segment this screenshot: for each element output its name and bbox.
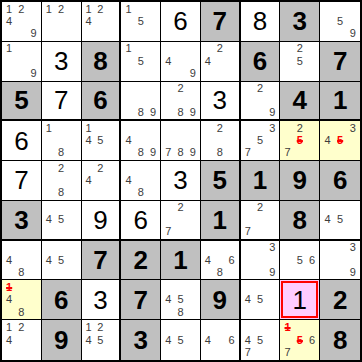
- candidate-grid: 59: [320, 2, 360, 41]
- given-digit: 1: [333, 87, 347, 113]
- candidate-empty: [226, 55, 238, 67]
- candidate-grid: 28: [201, 121, 239, 160]
- candidate-empty: [266, 147, 278, 159]
- candidate-empty: [266, 135, 278, 147]
- candidate-8: 8: [174, 106, 186, 118]
- candidate-empty: [187, 346, 199, 359]
- candidate-1: 1: [3, 3, 15, 15]
- candidate-empty: [214, 321, 226, 334]
- candidate-empty: [28, 294, 40, 306]
- cell-r2c4[interactable]: 15: [121, 42, 161, 82]
- cell-r6c7[interactable]: 27: [241, 201, 281, 241]
- candidate-9: 9: [147, 106, 159, 118]
- candidate-empty: [67, 242, 79, 254]
- candidate-empty: [346, 214, 359, 226]
- candidate-empty: [28, 254, 40, 266]
- candidate-5: 5: [334, 15, 347, 27]
- candidate-8: 8: [214, 266, 226, 278]
- candidate-empty: [202, 43, 214, 55]
- candidate-5-struck: 5: [334, 135, 347, 147]
- candidate-empty: [334, 28, 347, 40]
- candidate-empty: [321, 226, 334, 238]
- candidate-empty: [321, 15, 334, 27]
- candidate-2: 2: [94, 162, 106, 174]
- candidate-8: 8: [214, 147, 226, 159]
- candidate-empty: [334, 3, 347, 15]
- candidate-grid: 124: [82, 2, 120, 41]
- given-digit: 1: [173, 247, 187, 273]
- candidate-grid: 24: [201, 42, 239, 81]
- cell-r1c5[interactable]: 6: [161, 2, 201, 42]
- candidate-empty: [321, 202, 334, 214]
- candidate-1-struck: 1: [281, 321, 293, 334]
- candidate-6: 6: [226, 334, 238, 347]
- candidate-empty: [346, 254, 359, 266]
- candidate-empty: [67, 3, 79, 15]
- cell-r4c2[interactable]: 18: [42, 121, 82, 161]
- cell-r7c1[interactable]: 48: [2, 241, 42, 281]
- cell-r6c4[interactable]: 6: [121, 201, 161, 241]
- candidate-empty: [28, 321, 40, 334]
- candidate-4: 4: [3, 15, 15, 27]
- candidate-empty: [67, 147, 79, 159]
- candidate-empty: [83, 28, 95, 40]
- candidate-empty: [202, 321, 214, 334]
- cell-r7c8[interactable]: 56: [280, 241, 320, 281]
- candidate-empty: [15, 55, 27, 67]
- candidate-empty: [122, 147, 134, 159]
- candidate-empty: [43, 266, 55, 278]
- candidate-empty: [162, 321, 174, 334]
- cell-r5c2[interactable]: 28: [42, 161, 82, 201]
- candidate-grid: 257: [280, 121, 319, 160]
- candidate-grid: 89: [121, 82, 160, 120]
- cell-r4c5[interactable]: 789: [161, 121, 201, 161]
- given-digit: 6: [54, 287, 68, 313]
- given-digit: 3: [133, 327, 147, 353]
- solved-digit: 3: [93, 287, 107, 313]
- candidate-5: 5: [254, 294, 266, 306]
- candidate-2: 2: [254, 83, 266, 95]
- cell-r8c8[interactable]: 1: [280, 280, 320, 320]
- candidate-empty: [43, 162, 55, 174]
- solved-digit: 9: [93, 207, 107, 233]
- candidate-empty: [334, 226, 347, 238]
- candidate-4: 4: [3, 294, 15, 306]
- candidate-empty: [187, 214, 199, 226]
- cell-r5c7[interactable]: 1: [241, 161, 281, 201]
- cell-r5c6[interactable]: 5: [201, 161, 241, 201]
- candidate-empty: [15, 294, 27, 306]
- candidate-empty: [135, 67, 147, 79]
- candidate-empty: [122, 15, 134, 27]
- candidate-empty: [187, 294, 199, 306]
- cell-r4c8[interactable]: 257: [280, 121, 320, 161]
- candidate-empty: [67, 202, 79, 214]
- cell-r7c2[interactable]: 45: [42, 241, 82, 281]
- cell-r1c3[interactable]: 124: [82, 2, 122, 42]
- candidate-empty: [162, 346, 174, 359]
- candidate-empty: [294, 346, 306, 359]
- candidate-7: 7: [242, 226, 254, 238]
- candidate-empty: [147, 3, 159, 15]
- candidate-empty: [43, 15, 55, 27]
- candidate-grid: 45: [320, 201, 360, 239]
- candidate-5: 5: [135, 55, 147, 67]
- candidate-empty: [94, 15, 106, 27]
- cell-r7c6[interactable]: 468: [201, 241, 241, 281]
- solved-digit: 1: [293, 287, 307, 313]
- candidate-empty: [67, 162, 79, 174]
- candidate-empty: [187, 202, 199, 214]
- candidate-empty: [43, 187, 55, 199]
- candidate-empty: [106, 187, 118, 199]
- candidate-empty: [135, 122, 147, 134]
- candidate-empty: [254, 321, 266, 334]
- cell-r3c8[interactable]: 4: [280, 82, 320, 122]
- candidate-empty: [122, 94, 134, 106]
- candidate-empty: [242, 106, 254, 118]
- candidate-empty: [306, 43, 318, 55]
- cell-r5c3[interactable]: 24: [82, 161, 122, 201]
- cell-r8c9[interactable]: 2: [320, 280, 360, 320]
- cell-r2c8[interactable]: 25: [280, 42, 320, 82]
- candidate-empty: [162, 202, 174, 214]
- candidate-empty: [106, 174, 118, 186]
- candidate-empty: [214, 67, 226, 79]
- cell-r9c2[interactable]: 9: [42, 320, 82, 360]
- candidate-empty: [28, 3, 40, 15]
- candidate-empty: [94, 122, 106, 134]
- candidate-empty: [122, 162, 134, 174]
- candidate-empty: [187, 83, 199, 95]
- cell-r5c8[interactable]: 9: [280, 161, 320, 201]
- cell-r2c2[interactable]: 3: [42, 42, 82, 82]
- candidate-empty: [15, 281, 27, 293]
- cell-r1c2[interactable]: 12: [42, 2, 82, 42]
- candidate-grid: 45: [42, 241, 81, 280]
- cell-r1c4[interactable]: 15: [121, 2, 161, 42]
- cell-r3c6[interactable]: 3: [201, 82, 241, 122]
- cell-r2c5[interactable]: 49: [161, 42, 201, 82]
- candidate-5: 5: [334, 214, 347, 226]
- candidate-empty: [226, 135, 238, 147]
- cell-r8c1[interactable]: 148: [2, 280, 42, 320]
- candidate-6: 6: [306, 334, 318, 347]
- candidate-grid: 48: [2, 241, 41, 280]
- candidate-empty: [28, 15, 40, 27]
- candidate-empty: [266, 202, 278, 214]
- sudoku-board: 1249121241567835919381549246257576892893…: [0, 0, 362, 362]
- candidate-empty: [67, 135, 79, 147]
- candidate-empty: [43, 202, 55, 214]
- candidate-4: 4: [202, 334, 214, 347]
- candidate-empty: [281, 55, 293, 67]
- candidate-8: 8: [15, 266, 27, 278]
- candidate-empty: [174, 67, 186, 79]
- candidate-4: 4: [83, 15, 95, 27]
- cell-r9c5[interactable]: 45: [161, 320, 201, 360]
- cell-r9c6[interactable]: 46: [201, 320, 241, 360]
- cell-r7c9[interactable]: 39: [320, 241, 360, 281]
- candidate-empty: [162, 214, 174, 226]
- cell-r2c7[interactable]: 6: [241, 42, 281, 82]
- cell-r5c4[interactable]: 48: [121, 161, 161, 201]
- cell-r9c1[interactable]: 124: [2, 320, 42, 360]
- candidate-8: 8: [15, 306, 27, 318]
- candidate-5: 5: [294, 254, 306, 266]
- candidate-empty: [15, 254, 27, 266]
- candidate-grid: 148: [2, 280, 41, 319]
- cell-r9c8[interactable]: 1567: [280, 320, 320, 360]
- cell-r8c2[interactable]: 6: [42, 280, 82, 320]
- candidate-empty: [28, 242, 40, 254]
- given-digit: 7: [213, 8, 227, 34]
- cell-r6c8[interactable]: 8: [280, 201, 320, 241]
- candidate-empty: [266, 346, 278, 359]
- candidate-empty: [15, 15, 27, 27]
- candidate-empty: [147, 187, 159, 199]
- candidate-empty: [135, 83, 147, 95]
- cell-r5c9[interactable]: 6: [320, 161, 360, 201]
- candidate-empty: [242, 94, 254, 106]
- candidate-8: 8: [135, 147, 147, 159]
- candidate-grid: 46: [201, 320, 239, 360]
- candidate-4: 4: [43, 254, 55, 266]
- candidate-empty: [226, 43, 238, 55]
- cell-r4c4[interactable]: 489: [121, 121, 161, 161]
- candidate-empty: [334, 266, 347, 278]
- candidate-2: 2: [94, 3, 106, 15]
- candidate-9: 9: [28, 67, 40, 79]
- candidate-empty: [135, 3, 147, 15]
- given-digit: 7: [93, 247, 107, 273]
- cell-r4c3[interactable]: 145: [82, 121, 122, 161]
- cell-r4c1[interactable]: 6: [2, 121, 42, 161]
- candidate-empty: [122, 55, 134, 67]
- candidate-empty: [106, 122, 118, 134]
- candidate-empty: [162, 106, 174, 118]
- candidate-empty: [266, 83, 278, 95]
- candidate-empty: [187, 94, 199, 106]
- candidate-empty: [106, 321, 118, 334]
- candidate-empty: [28, 306, 40, 318]
- candidate-empty: [254, 346, 266, 359]
- given-digit: 9: [293, 167, 307, 193]
- candidate-empty: [147, 67, 159, 79]
- candidate-grid: 789: [161, 121, 200, 160]
- cell-r9c4[interactable]: 3: [121, 320, 161, 360]
- candidate-empty: [346, 15, 359, 27]
- cell-r2c9[interactable]: 7: [320, 42, 360, 82]
- cell-r8c7[interactable]: 45: [241, 280, 281, 320]
- candidate-empty: [28, 43, 40, 55]
- cell-r6c2[interactable]: 45: [42, 201, 82, 241]
- cell-r9c7[interactable]: 457: [241, 320, 281, 360]
- cell-r6c3[interactable]: 9: [82, 201, 122, 241]
- candidate-2: 2: [15, 321, 27, 334]
- candidate-empty: [266, 334, 278, 347]
- candidate-empty: [214, 55, 226, 67]
- candidate-empty: [294, 266, 306, 278]
- candidate-empty: [55, 122, 67, 134]
- candidate-4: 4: [122, 174, 134, 186]
- cell-r4c6[interactable]: 28: [201, 121, 241, 161]
- candidate-grid: 1245: [82, 320, 120, 360]
- candidate-empty: [162, 94, 174, 106]
- cell-r8c4[interactable]: 7: [121, 280, 161, 320]
- candidate-grid: 145: [82, 121, 120, 160]
- given-digit: 2: [133, 247, 147, 273]
- candidate-empty: [306, 67, 318, 79]
- cell-r8c3[interactable]: 3: [82, 280, 122, 320]
- candidate-empty: [334, 122, 347, 134]
- given-digit: 4: [293, 87, 307, 113]
- cell-r2c3[interactable]: 8: [82, 42, 122, 82]
- candidate-empty: [135, 28, 147, 40]
- cell-r6c5[interactable]: 27: [161, 201, 201, 241]
- candidate-empty: [147, 55, 159, 67]
- candidate-empty: [242, 306, 254, 318]
- cell-r3c3[interactable]: 6: [82, 82, 122, 122]
- cell-r7c3[interactable]: 7: [82, 241, 122, 281]
- cell-r7c4[interactable]: 2: [121, 241, 161, 281]
- cell-r4c9[interactable]: 345: [320, 121, 360, 161]
- candidate-empty: [55, 174, 67, 186]
- candidate-empty: [266, 306, 278, 318]
- candidate-grid: 458: [161, 280, 200, 319]
- candidate-empty: [43, 28, 55, 40]
- candidate-5: 5: [174, 334, 186, 347]
- candidate-2: 2: [55, 3, 67, 15]
- candidate-grid: 45: [241, 280, 280, 319]
- candidate-empty: [43, 135, 55, 147]
- candidate-4: 4: [202, 55, 214, 67]
- candidate-empty: [106, 15, 118, 27]
- cell-r2c1[interactable]: 19: [2, 42, 42, 82]
- cell-r2c6[interactable]: 24: [201, 42, 241, 82]
- cell-r1c7[interactable]: 8: [241, 2, 281, 42]
- candidate-empty: [306, 321, 318, 334]
- cell-r8c6[interactable]: 9: [201, 280, 241, 320]
- cell-r6c1[interactable]: 3: [2, 201, 42, 241]
- candidate-grid: 1249: [2, 2, 41, 41]
- cell-r3c9[interactable]: 1: [320, 82, 360, 122]
- candidate-empty: [55, 242, 67, 254]
- candidate-empty: [254, 214, 266, 226]
- given-digit: 8: [293, 207, 307, 233]
- candidate-5: 5: [135, 15, 147, 27]
- cell-r3c7[interactable]: 29: [241, 82, 281, 122]
- cell-r9c9[interactable]: 8: [320, 320, 360, 360]
- candidate-empty: [28, 55, 40, 67]
- candidate-grid: 48: [121, 161, 160, 200]
- candidate-empty: [214, 254, 226, 266]
- cell-r3c1[interactable]: 5: [2, 82, 42, 122]
- cell-r1c1[interactable]: 1249: [2, 2, 42, 42]
- cell-r1c9[interactable]: 59: [320, 2, 360, 42]
- cell-r1c8[interactable]: 3: [280, 2, 320, 42]
- candidate-empty: [147, 15, 159, 27]
- candidate-empty: [294, 67, 306, 79]
- candidate-empty: [174, 346, 186, 359]
- candidate-7: 7: [162, 226, 174, 238]
- candidate-5: 5: [94, 135, 106, 147]
- candidate-empty: [321, 122, 334, 134]
- cell-r8c5[interactable]: 458: [161, 280, 201, 320]
- candidate-grid: 39: [241, 241, 280, 280]
- cell-r6c6[interactable]: 1: [201, 201, 241, 241]
- candidate-empty: [242, 254, 254, 266]
- candidate-empty: [147, 162, 159, 174]
- cell-r4c7[interactable]: 357: [241, 121, 281, 161]
- candidate-empty: [214, 135, 226, 147]
- candidate-grid: 25: [280, 42, 319, 81]
- cell-r7c7[interactable]: 39: [241, 241, 281, 281]
- candidate-grid: 468: [201, 241, 239, 280]
- candidate-empty: [3, 306, 15, 318]
- candidate-empty: [202, 122, 214, 134]
- candidate-4: 4: [122, 135, 134, 147]
- candidate-empty: [254, 94, 266, 106]
- candidate-empty: [174, 122, 186, 134]
- cell-r9c3[interactable]: 1245: [82, 320, 122, 360]
- candidate-grid: 124: [2, 320, 41, 360]
- candidate-empty: [67, 214, 79, 226]
- candidate-empty: [174, 55, 186, 67]
- candidate-empty: [83, 187, 95, 199]
- candidate-empty: [94, 147, 106, 159]
- cell-r3c4[interactable]: 89: [121, 82, 161, 122]
- candidate-empty: [281, 242, 293, 254]
- candidate-empty: [214, 242, 226, 254]
- candidate-2: 2: [214, 43, 226, 55]
- candidate-empty: [254, 226, 266, 238]
- candidate-empty: [106, 346, 118, 359]
- candidate-empty: [214, 346, 226, 359]
- candidate-grid: 489: [121, 121, 160, 160]
- candidate-empty: [242, 214, 254, 226]
- cell-r7c5[interactable]: 1: [161, 241, 201, 281]
- candidate-empty: [254, 106, 266, 118]
- candidate-8: 8: [135, 106, 147, 118]
- given-digit: 1: [253, 167, 267, 193]
- candidate-empty: [3, 67, 15, 79]
- cell-r3c5[interactable]: 289: [161, 82, 201, 122]
- candidate-1: 1: [3, 321, 15, 334]
- cell-r6c9[interactable]: 45: [320, 201, 360, 241]
- candidate-2: 2: [55, 162, 67, 174]
- candidate-empty: [254, 122, 266, 134]
- cell-r5c1[interactable]: 7: [2, 161, 42, 201]
- candidate-empty: [242, 135, 254, 147]
- candidate-empty: [135, 162, 147, 174]
- candidate-grid: 24: [82, 161, 120, 200]
- candidate-1: 1: [3, 43, 15, 55]
- cell-r5c5[interactable]: 3: [161, 161, 201, 201]
- candidate-4: 4: [162, 294, 174, 306]
- given-digit: 8: [333, 327, 347, 353]
- cell-r1c6[interactable]: 7: [201, 2, 241, 42]
- candidate-empty: [67, 226, 79, 238]
- candidate-empty: [67, 122, 79, 134]
- candidate-empty: [3, 242, 15, 254]
- candidate-9: 9: [346, 266, 359, 278]
- solved-digit: 3: [173, 167, 187, 193]
- candidate-empty: [3, 266, 15, 278]
- cell-r3c2[interactable]: 7: [42, 82, 82, 122]
- candidate-4: 4: [83, 334, 95, 347]
